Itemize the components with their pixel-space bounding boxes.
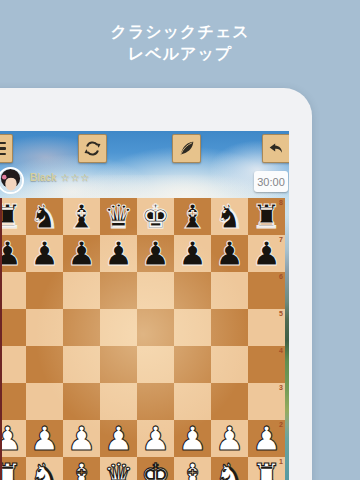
square-g4[interactable]	[211, 346, 248, 383]
piece-black-pawn[interactable]: ♟	[104, 235, 134, 272]
square-d6[interactable]	[100, 272, 137, 309]
square-a6[interactable]	[0, 272, 26, 309]
piece-black-pawn[interactable]: ♟	[252, 235, 282, 272]
square-f4[interactable]	[174, 346, 211, 383]
piece-black-pawn[interactable]: ♟	[178, 235, 208, 272]
square-h3[interactable]: 3	[248, 383, 285, 420]
piece-black-pawn[interactable]: ♟	[30, 235, 60, 272]
square-a7[interactable]: ♟	[0, 235, 26, 272]
square-b5[interactable]	[26, 309, 63, 346]
undo-icon	[266, 138, 287, 159]
square-c3[interactable]	[63, 383, 100, 420]
square-a3[interactable]	[0, 383, 26, 420]
square-b3[interactable]	[26, 383, 63, 420]
square-c4[interactable]	[63, 346, 100, 383]
square-d2[interactable]: ♟	[100, 420, 137, 457]
square-g7[interactable]: ♟	[211, 235, 248, 272]
player-name: Black	[30, 172, 57, 183]
piece-white-pawn[interactable]: ♟	[104, 420, 134, 457]
rank-label-3: 3	[279, 384, 283, 391]
square-c1[interactable]: ♝	[63, 457, 100, 480]
square-d4[interactable]	[100, 346, 137, 383]
piece-white-knight[interactable]: ♞	[30, 457, 60, 480]
player-label: Black☆☆☆	[30, 172, 91, 183]
square-d8[interactable]: ♛	[100, 198, 137, 235]
clock-value: 30:00	[257, 176, 285, 188]
square-g1[interactable]: ♞	[211, 457, 248, 480]
square-f5[interactable]	[174, 309, 211, 346]
square-d5[interactable]	[100, 309, 137, 346]
restart-icon	[82, 138, 103, 159]
square-d3[interactable]	[100, 383, 137, 420]
piece-black-knight[interactable]: ♞	[215, 198, 245, 235]
square-h6[interactable]: 6	[248, 272, 285, 309]
piece-black-knight[interactable]: ♞	[30, 198, 60, 235]
player-stars: ☆☆☆	[61, 172, 91, 183]
square-f1[interactable]: ♝	[174, 457, 211, 480]
square-a1[interactable]: ♜	[0, 457, 26, 480]
chess-board: ♜♞♝♛♚♝♞♜8♟♟♟♟♟♟♟♟76543♟♟♟♟♟♟♟♟2♜♞♝♛♚♝♞♜1	[0, 198, 285, 480]
piece-white-pawn[interactable]: ♟	[0, 420, 22, 457]
square-h5[interactable]: 5	[248, 309, 285, 346]
square-c2[interactable]: ♟	[63, 420, 100, 457]
square-g2[interactable]: ♟	[211, 420, 248, 457]
square-c8[interactable]: ♝	[63, 198, 100, 235]
square-e5[interactable]	[137, 309, 174, 346]
square-e7[interactable]: ♟	[137, 235, 174, 272]
square-b8[interactable]: ♞	[26, 198, 63, 235]
piece-white-pawn[interactable]: ♟	[178, 420, 208, 457]
piece-white-knight[interactable]: ♞	[215, 457, 245, 480]
square-f3[interactable]	[174, 383, 211, 420]
square-f7[interactable]: ♟	[174, 235, 211, 272]
square-c5[interactable]	[63, 309, 100, 346]
square-b2[interactable]: ♟	[26, 420, 63, 457]
piece-black-pawn[interactable]: ♟	[215, 235, 245, 272]
piece-white-queen[interactable]: ♛	[104, 457, 134, 480]
menu-icon	[0, 142, 6, 155]
piece-white-rook[interactable]: ♜	[252, 457, 282, 480]
square-h4[interactable]: 4	[248, 346, 285, 383]
page-title: クラシックチェス レベルアップ	[0, 21, 360, 65]
piece-black-bishop[interactable]: ♝	[178, 198, 208, 235]
black-player-avatar[interactable]	[0, 167, 24, 194]
piece-white-pawn[interactable]: ♟	[67, 420, 97, 457]
avatar-image	[0, 169, 22, 192]
square-b7[interactable]: ♟	[26, 235, 63, 272]
piece-black-rook[interactable]: ♜	[0, 198, 22, 235]
rank-label-2: 2	[279, 421, 283, 428]
piece-black-pawn[interactable]: ♟	[141, 235, 171, 272]
piece-white-bishop[interactable]: ♝	[178, 457, 208, 480]
square-e3[interactable]	[137, 383, 174, 420]
piece-white-pawn[interactable]: ♟	[141, 420, 171, 457]
piece-white-pawn[interactable]: ♟	[215, 420, 245, 457]
square-b6[interactable]	[26, 272, 63, 309]
square-h8[interactable]: ♜8	[248, 198, 285, 235]
square-f8[interactable]: ♝	[174, 198, 211, 235]
square-d7[interactable]: ♟	[100, 235, 137, 272]
square-f2[interactable]: ♟	[174, 420, 211, 457]
square-e8[interactable]: ♚	[137, 198, 174, 235]
hint-button[interactable]	[172, 134, 201, 163]
piece-black-pawn[interactable]: ♟	[67, 235, 97, 272]
game-clock: 30:00	[254, 171, 288, 192]
square-b4[interactable]	[26, 346, 63, 383]
piece-white-bishop[interactable]: ♝	[67, 457, 97, 480]
restart-button[interactable]	[78, 134, 107, 163]
piece-white-king[interactable]: ♚	[141, 457, 171, 480]
app-store-screenshot: クラシックチェス レベルアップ	[0, 0, 360, 480]
square-h2[interactable]: ♟2	[248, 420, 285, 457]
square-h7[interactable]: ♟7	[248, 235, 285, 272]
rank-label-4: 4	[279, 347, 283, 354]
piece-black-king[interactable]: ♚	[141, 198, 171, 235]
title-line-2: レベルアップ	[0, 43, 360, 65]
undo-button[interactable]	[262, 134, 289, 163]
rank-label-1: 1	[279, 458, 283, 465]
square-b1[interactable]: ♞	[26, 457, 63, 480]
menu-button[interactable]	[0, 134, 13, 163]
square-c6[interactable]	[63, 272, 100, 309]
square-e4[interactable]	[137, 346, 174, 383]
rank-label-7: 7	[279, 236, 283, 243]
square-g8[interactable]: ♞	[211, 198, 248, 235]
square-g5[interactable]	[211, 309, 248, 346]
piece-black-queen[interactable]: ♛	[104, 198, 134, 235]
square-e1[interactable]: ♚	[137, 457, 174, 480]
chess-game-screen: Black☆☆☆ 30:00 ♜♞♝♛♚♝♞♜8♟♟♟♟♟♟♟♟76543♟♟♟…	[0, 131, 289, 480]
piece-black-pawn[interactable]: ♟	[0, 235, 22, 272]
title-line-1: クラシックチェス	[0, 21, 360, 43]
square-e6[interactable]	[137, 272, 174, 309]
screen-left-edge	[0, 198, 2, 480]
feather-hint-icon	[176, 138, 197, 159]
rank-label-6: 6	[279, 273, 283, 280]
square-g6[interactable]	[211, 272, 248, 309]
piece-white-pawn[interactable]: ♟	[252, 420, 282, 457]
square-g3[interactable]	[211, 383, 248, 420]
square-d1[interactable]: ♛	[100, 457, 137, 480]
square-c7[interactable]: ♟	[63, 235, 100, 272]
piece-white-pawn[interactable]: ♟	[30, 420, 60, 457]
piece-black-bishop[interactable]: ♝	[67, 198, 97, 235]
piece-white-rook[interactable]: ♜	[0, 457, 22, 480]
square-a8[interactable]: ♜	[0, 198, 26, 235]
rank-label-8: 8	[279, 199, 283, 206]
square-a5[interactable]	[0, 309, 26, 346]
rank-label-5: 5	[279, 310, 283, 317]
square-f6[interactable]	[174, 272, 211, 309]
piece-black-rook[interactable]: ♜	[252, 198, 282, 235]
square-h1[interactable]: ♜1	[248, 457, 285, 480]
square-e2[interactable]: ♟	[137, 420, 174, 457]
square-a2[interactable]: ♟	[0, 420, 26, 457]
square-a4[interactable]	[0, 346, 26, 383]
